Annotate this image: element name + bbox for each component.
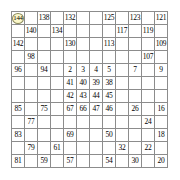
cell-r10c12: 18	[155, 129, 168, 142]
cell-r3c5: 130	[64, 38, 77, 51]
cell-r5c10: 7	[129, 64, 142, 77]
start-circle: 144	[12, 13, 24, 24]
cell-r8c6: 66	[77, 103, 90, 116]
cell-r2c4: 134	[51, 25, 64, 38]
cell-r3c9[interactable]	[116, 38, 129, 51]
cell-r10c1: 83	[12, 129, 25, 142]
cell-r5c1: 96	[12, 64, 25, 77]
cell-r12c3: 59	[38, 155, 51, 168]
cell-r1c4[interactable]	[51, 12, 64, 25]
cell-r4c7[interactable]	[90, 51, 103, 64]
cell-r4c2: 98	[25, 51, 38, 64]
cell-r7c5: 42	[64, 90, 77, 103]
cell-r5c3: 94	[38, 64, 51, 77]
cell-r6c11[interactable]	[142, 77, 155, 90]
cell-r10c3[interactable]	[38, 129, 51, 142]
cell-r3c8: 113	[103, 38, 116, 51]
cell-r6c9[interactable]	[116, 77, 129, 90]
cell-r7c6: 43	[77, 90, 90, 103]
cell-r8c1: 85	[12, 103, 25, 116]
cell-r9c4[interactable]	[51, 116, 64, 129]
cell-r9c2: 77	[25, 116, 38, 129]
cell-r9c6[interactable]	[77, 116, 90, 129]
cell-r8c12: 16	[155, 103, 168, 116]
cell-r7c10[interactable]	[129, 90, 142, 103]
cell-r6c1[interactable]	[12, 77, 25, 90]
cell-r6c12[interactable]	[155, 77, 168, 90]
cell-r3c4[interactable]	[51, 38, 64, 51]
cell-r5c7: 4	[90, 64, 103, 77]
cell-r2c11: 119	[142, 25, 155, 38]
cell-r2c9: 117	[116, 25, 129, 38]
cell-r2c7[interactable]	[90, 25, 103, 38]
cell-r9c12[interactable]	[155, 116, 168, 129]
cell-r4c4[interactable]	[51, 51, 64, 64]
cell-r9c9[interactable]	[116, 116, 129, 129]
cell-r2c5[interactable]	[64, 25, 77, 38]
cell-r5c2[interactable]	[25, 64, 38, 77]
cell-r12c5: 57	[64, 155, 77, 168]
cell-r7c7: 44	[90, 90, 103, 103]
cell-r4c9[interactable]	[116, 51, 129, 64]
cell-r2c2: 140	[25, 25, 38, 38]
cell-r8c10: 26	[129, 103, 142, 116]
hidato-board: 1441381321251231211401341171191421301131…	[11, 11, 168, 168]
cell-r8c4[interactable]	[51, 103, 64, 116]
cell-r10c5: 69	[64, 129, 77, 142]
cell-r2c12[interactable]	[155, 25, 168, 38]
cell-r11c11: 22	[142, 142, 155, 155]
cell-r6c6: 40	[77, 77, 90, 90]
cell-r7c2[interactable]	[25, 90, 38, 103]
cell-r4c8[interactable]	[103, 51, 116, 64]
cell-r2c3[interactable]	[38, 25, 51, 38]
cell-r7c9[interactable]	[116, 90, 129, 103]
cell-r12c11[interactable]	[142, 155, 155, 168]
cell-r1c10: 123	[129, 12, 142, 25]
cell-r12c12: 20	[155, 155, 168, 168]
cell-r11c9: 32	[116, 142, 129, 155]
cell-r8c3: 75	[38, 103, 51, 116]
cell-r11c7[interactable]	[90, 142, 103, 155]
cell-r5c4[interactable]	[51, 64, 64, 77]
cell-r8c8: 46	[103, 103, 116, 116]
cell-r1c6[interactable]	[77, 12, 90, 25]
cell-r6c2[interactable]	[25, 77, 38, 90]
cell-r12c9[interactable]	[116, 155, 129, 168]
cell-r3c6[interactable]	[77, 38, 90, 51]
cell-r1c12: 121	[155, 12, 168, 25]
cell-r7c1[interactable]	[12, 90, 25, 103]
cell-r9c7[interactable]	[90, 116, 103, 129]
cell-r2c10[interactable]	[129, 25, 142, 38]
cell-r4c6[interactable]	[77, 51, 90, 64]
cell-r11c10[interactable]	[129, 142, 142, 155]
cell-r5c9[interactable]	[116, 64, 129, 77]
cell-r4c1[interactable]	[12, 51, 25, 64]
cell-r7c11[interactable]	[142, 90, 155, 103]
cell-r6c7: 39	[90, 77, 103, 90]
cell-r3c2[interactable]	[25, 38, 38, 51]
cell-r4c10[interactable]	[129, 51, 142, 64]
cell-r10c10[interactable]	[129, 129, 142, 142]
cell-r11c2: 79	[25, 142, 38, 155]
cell-r1c9[interactable]	[116, 12, 129, 25]
cell-r10c7[interactable]	[90, 129, 103, 142]
cell-r12c7[interactable]	[90, 155, 103, 168]
cell-r4c11: 107	[142, 51, 155, 64]
cell-r6c4[interactable]	[51, 77, 64, 90]
cell-r7c12[interactable]	[155, 90, 168, 103]
cell-r1c11[interactable]	[142, 12, 155, 25]
cell-r8c7: 47	[90, 103, 103, 116]
cell-r2c6[interactable]	[77, 25, 90, 38]
cell-r6c3[interactable]	[38, 77, 51, 90]
cell-r1c2[interactable]	[25, 12, 38, 25]
cell-r4c5[interactable]	[64, 51, 77, 64]
cell-r10c11[interactable]	[142, 129, 155, 142]
cell-r6c8: 38	[103, 77, 116, 90]
cell-r2c1[interactable]	[12, 25, 25, 38]
cell-r4c3[interactable]	[38, 51, 51, 64]
cell-r10c8: 50	[103, 129, 116, 142]
cell-r10c6[interactable]	[77, 129, 90, 142]
cell-r3c10[interactable]	[129, 38, 142, 51]
cell-r9c10[interactable]	[129, 116, 142, 129]
cell-r5c5: 2	[64, 64, 77, 77]
cell-r12c6[interactable]	[77, 155, 90, 168]
cell-r12c10: 30	[129, 155, 142, 168]
cell-r9c1[interactable]	[12, 116, 25, 129]
cell-r9c11: 24	[142, 116, 155, 129]
cell-r1c7[interactable]	[90, 12, 103, 25]
cell-r10c2[interactable]	[25, 129, 38, 142]
cell-r11c12[interactable]	[155, 142, 168, 155]
cell-r10c4[interactable]	[51, 129, 64, 142]
cell-r11c6[interactable]	[77, 142, 90, 155]
cell-r5c12: 9	[155, 64, 168, 77]
cell-r3c12: 109	[155, 38, 168, 51]
cell-r2c8[interactable]	[103, 25, 116, 38]
puzzle-page: 1441381321251231211401341171191421301131…	[0, 0, 180, 180]
cell-r7c8: 45	[103, 90, 116, 103]
cell-r9c8[interactable]	[103, 116, 116, 129]
cell-r10c9[interactable]	[116, 129, 129, 142]
cell-r3c3[interactable]	[38, 38, 51, 51]
cell-r12c4[interactable]	[51, 155, 64, 168]
cell-r9c3[interactable]	[38, 116, 51, 129]
cell-r1c1: 144	[12, 12, 25, 25]
cell-r1c5: 132	[64, 12, 77, 25]
cell-r11c5[interactable]	[64, 142, 77, 155]
cell-r7c4[interactable]	[51, 90, 64, 103]
cell-r12c8: 54	[103, 155, 116, 168]
cell-r5c6: 3	[77, 64, 90, 77]
cell-r7c3[interactable]	[38, 90, 51, 103]
cell-r11c1[interactable]	[12, 142, 25, 155]
cell-r3c11[interactable]	[142, 38, 155, 51]
cell-r11c8[interactable]	[103, 142, 116, 155]
cell-r8c5: 67	[64, 103, 77, 116]
cell-r5c11[interactable]	[142, 64, 155, 77]
cell-r3c1: 142	[12, 38, 25, 51]
cell-r8c2[interactable]	[25, 103, 38, 116]
cell-r12c1: 81	[12, 155, 25, 168]
cell-r12c2[interactable]	[25, 155, 38, 168]
cell-r8c11[interactable]	[142, 103, 155, 116]
cell-r11c3[interactable]	[38, 142, 51, 155]
cell-r1c3: 138	[38, 12, 51, 25]
cell-r11c4: 61	[51, 142, 64, 155]
cell-r1c8: 125	[103, 12, 116, 25]
cell-r6c10[interactable]	[129, 77, 142, 90]
cell-r3c7[interactable]	[90, 38, 103, 51]
cell-r9c5[interactable]	[64, 116, 77, 129]
cell-r6c5: 41	[64, 77, 77, 90]
cell-r5c8: 5	[103, 64, 116, 77]
cell-r4c12[interactable]	[155, 51, 168, 64]
cell-r8c9[interactable]	[116, 103, 129, 116]
